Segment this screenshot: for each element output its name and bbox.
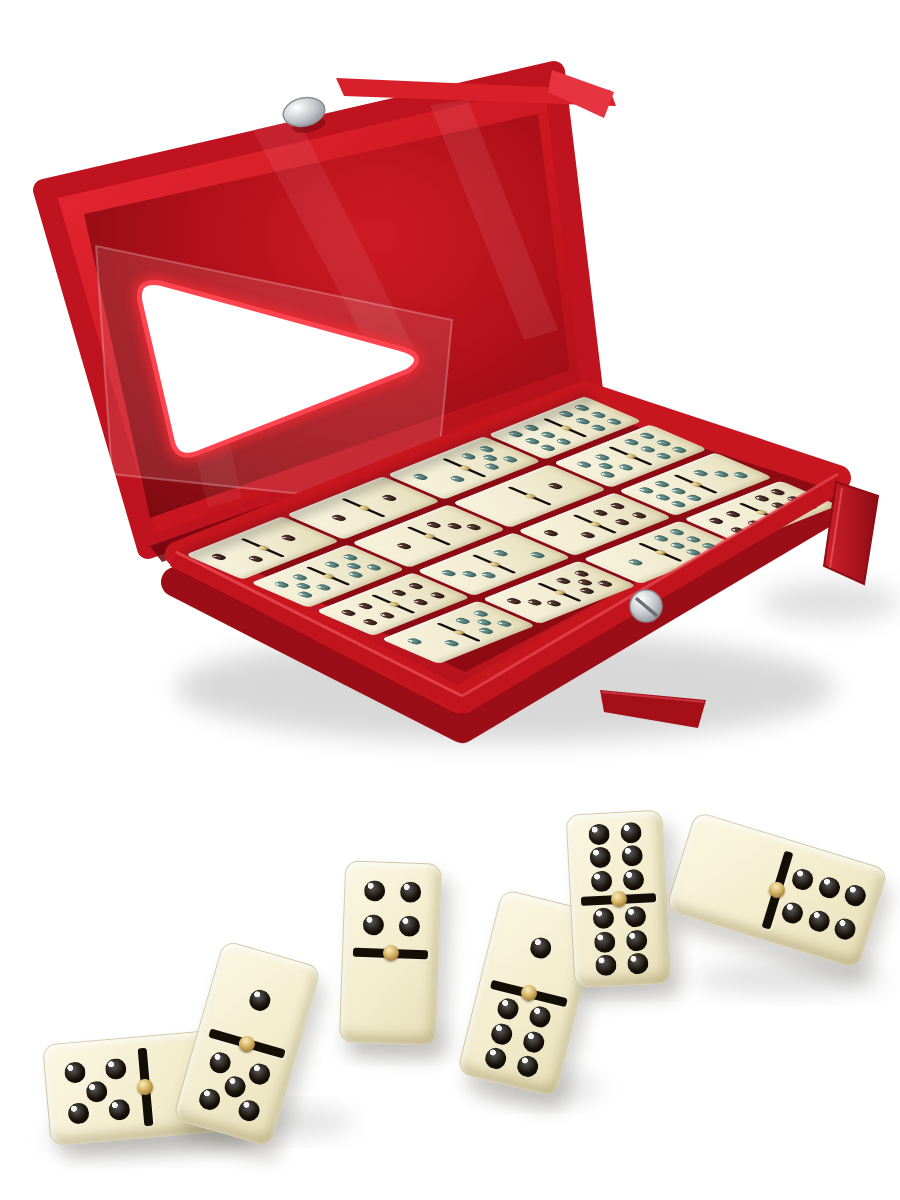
pip [64, 1061, 87, 1084]
pip [789, 867, 815, 893]
domino-set-product-photo [0, 0, 900, 1200]
pip [207, 1050, 233, 1076]
pip [222, 1074, 248, 1100]
pip [621, 845, 643, 867]
pip [626, 929, 648, 951]
domino-tile-6-6 [566, 810, 672, 989]
pip [197, 1087, 223, 1113]
pip [832, 916, 858, 942]
pip [86, 1080, 109, 1103]
pip [108, 1098, 131, 1121]
loose-dominoes [0, 0, 900, 1200]
pip [592, 907, 614, 929]
pip [247, 987, 273, 1013]
pip [67, 1102, 90, 1125]
pip [363, 914, 385, 936]
pip [620, 821, 642, 843]
pip [594, 931, 616, 953]
domino-tile-4-0 [339, 860, 442, 1045]
pip [527, 936, 552, 961]
pip [104, 1058, 127, 1081]
domino-tile-0-6 [665, 811, 889, 970]
domino-tile-1-5 [172, 940, 322, 1148]
pip [399, 882, 421, 904]
pip [624, 906, 646, 928]
pip [591, 870, 613, 892]
pip [842, 883, 868, 909]
spinner-pin [610, 891, 627, 908]
pip [779, 900, 805, 926]
pip [398, 916, 420, 938]
spinner-pin [136, 1078, 153, 1095]
pip [528, 1004, 553, 1029]
pip [806, 908, 832, 934]
spinner-pin [382, 945, 399, 962]
pip [589, 847, 611, 869]
pip [627, 953, 649, 975]
pip [495, 996, 520, 1021]
pip [595, 955, 617, 977]
pip [236, 1098, 262, 1124]
pip [246, 1061, 272, 1087]
pip [622, 869, 644, 891]
pip [364, 880, 386, 902]
pip [483, 1046, 508, 1071]
pip [521, 1029, 546, 1054]
pip [816, 875, 842, 901]
pip [489, 1021, 514, 1046]
pip [588, 823, 610, 845]
pip [515, 1054, 540, 1079]
